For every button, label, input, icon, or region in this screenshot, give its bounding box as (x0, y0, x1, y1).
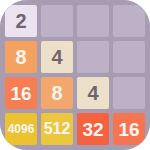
tile-4: 4 (77, 77, 109, 109)
2048-app-icon[interactable]: 284168440965123216 (0, 0, 150, 150)
tile-8: 8 (5, 41, 37, 73)
board-grid[interactable]: 284168440965123216 (0, 0, 150, 150)
tile-2: 2 (5, 5, 37, 37)
tile-512: 512 (41, 113, 73, 145)
tile-16: 16 (113, 113, 145, 145)
tile-4096: 4096 (5, 113, 37, 145)
empty-cell (77, 5, 109, 37)
empty-cell (113, 77, 145, 109)
empty-cell (77, 41, 109, 73)
empty-cell (113, 41, 145, 73)
tile-16: 16 (5, 77, 37, 109)
tile-32: 32 (77, 113, 109, 145)
empty-cell (41, 5, 73, 37)
tile-4: 4 (41, 41, 73, 73)
tile-8: 8 (41, 77, 73, 109)
empty-cell (113, 5, 145, 37)
